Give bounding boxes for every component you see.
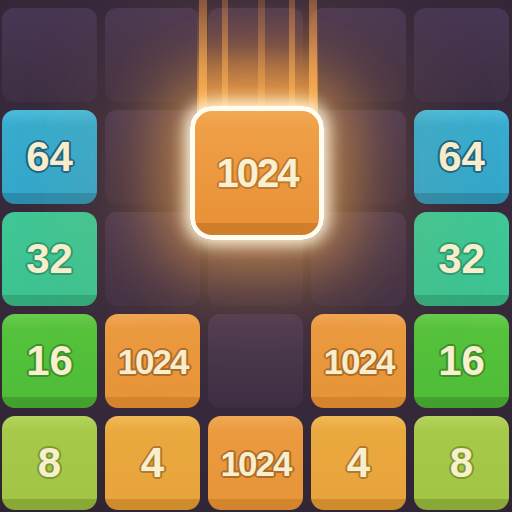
board: 6464323216102410241684102448 (2, 8, 509, 510)
cell-r0c0[interactable] (2, 8, 97, 102)
game-scene: 6464323216102410241684102448 1024 (0, 0, 512, 512)
cell-r3c0[interactable]: 16 (2, 314, 97, 408)
cell-r3c3[interactable]: 1024 (311, 314, 406, 408)
cell-r1c4[interactable]: 64 (414, 110, 509, 204)
tile-4[interactable]: 4 (105, 416, 200, 510)
cell-r1c0[interactable]: 64 (2, 110, 97, 204)
cell-r1c3[interactable] (311, 110, 406, 204)
tile-16[interactable]: 16 (414, 314, 509, 408)
cell-r0c3[interactable] (311, 8, 406, 102)
tile-32[interactable]: 32 (414, 212, 509, 306)
cell-r4c2[interactable]: 1024 (208, 416, 303, 510)
tile-64[interactable]: 64 (414, 110, 509, 204)
cell-r4c1[interactable]: 4 (105, 416, 200, 510)
tile-8[interactable]: 8 (2, 416, 97, 510)
cell-r2c4[interactable]: 32 (414, 212, 509, 306)
cell-r3c1[interactable]: 1024 (105, 314, 200, 408)
cell-r0c4[interactable] (414, 8, 509, 102)
cell-r3c2[interactable] (208, 314, 303, 408)
tile-1024[interactable]: 1024 (105, 314, 200, 408)
tile-1024[interactable]: 1024 (311, 314, 406, 408)
tile-64[interactable]: 64 (2, 110, 97, 204)
cell-r2c1[interactable] (105, 212, 200, 306)
tile-8[interactable]: 8 (414, 416, 509, 510)
tile-32[interactable]: 32 (2, 212, 97, 306)
tile-4[interactable]: 4 (311, 416, 406, 510)
tile-1024[interactable]: 1024 (208, 416, 303, 510)
cell-r4c0[interactable]: 8 (2, 416, 97, 510)
cell-r4c3[interactable]: 4 (311, 416, 406, 510)
cell-r4c4[interactable]: 8 (414, 416, 509, 510)
cell-r0c2[interactable] (208, 8, 303, 102)
cell-r2c3[interactable] (311, 212, 406, 306)
falling-tile-1024[interactable]: 1024 (190, 106, 324, 240)
cell-r2c0[interactable]: 32 (2, 212, 97, 306)
cell-r3c4[interactable]: 16 (414, 314, 509, 408)
cell-r0c1[interactable] (105, 8, 200, 102)
tile-16[interactable]: 16 (2, 314, 97, 408)
cell-r1c1[interactable] (105, 110, 200, 204)
